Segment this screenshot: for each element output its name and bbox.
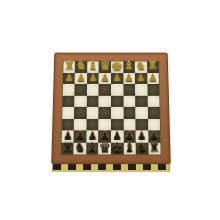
square-c6	[87, 84, 99, 95]
square-d7: ♟	[99, 73, 111, 84]
piece-bronze-rook: ♜	[149, 141, 160, 153]
photo-stage: ♜♞♝♛♚♝♞♜♟♟♟♟♟♟♟♟♟♟♟♟♟♟♟♟♜♞♝♛♚♝♞♜	[0, 0, 220, 220]
square-e7: ♟	[111, 73, 123, 84]
piece-bronze-bishop: ♝	[87, 141, 98, 153]
piece-brass-rook: ♜	[147, 61, 158, 72]
piece-bronze-knight: ♞	[136, 141, 147, 153]
square-g6	[135, 84, 147, 95]
square-b1: ♞	[74, 142, 87, 154]
square-f4	[123, 107, 135, 119]
piece-brass-queen: ♛	[99, 61, 111, 72]
square-b7: ♟	[75, 73, 87, 84]
square-f7: ♟	[123, 73, 135, 84]
square-b4	[74, 107, 86, 119]
square-a4	[62, 107, 74, 119]
square-e6	[111, 84, 123, 95]
piece-brass-pawn: ♟	[88, 72, 97, 83]
square-c7: ♟	[87, 73, 99, 84]
square-a5	[63, 95, 75, 107]
square-e4	[111, 107, 123, 119]
piece-brass-knight: ♞	[135, 61, 146, 72]
piece-brass-pawn: ♟	[77, 72, 86, 83]
piece-brass-pawn: ♟	[112, 72, 121, 83]
square-d4	[99, 107, 111, 119]
square-c1: ♝	[86, 142, 98, 154]
square-a7: ♟	[63, 73, 75, 84]
piece-brass-pawn: ♟	[136, 72, 145, 83]
square-g5	[135, 95, 147, 107]
square-e5	[111, 95, 123, 107]
square-a6	[63, 84, 75, 95]
square-c5	[87, 95, 99, 107]
square-h6	[147, 84, 159, 95]
square-h5	[147, 95, 159, 107]
square-e1: ♚	[111, 142, 123, 154]
square-h4	[147, 107, 159, 119]
board-side-inlay	[52, 164, 170, 172]
square-d6	[99, 84, 111, 95]
piece-brass-pawn: ♟	[148, 72, 157, 83]
square-h1: ♜	[148, 142, 161, 154]
square-g4	[135, 107, 147, 119]
square-h7: ♟	[147, 73, 159, 84]
square-a1: ♜	[61, 142, 74, 154]
piece-bronze-knight: ♞	[74, 141, 85, 153]
piece-bronze-bishop: ♝	[124, 141, 135, 153]
chess-board: ♜♞♝♛♚♝♞♜♟♟♟♟♟♟♟♟♟♟♟♟♟♟♟♟♜♞♝♛♚♝♞♜	[60, 61, 161, 156]
piece-brass-bishop: ♝	[123, 61, 134, 72]
piece-bronze-queen: ♛	[99, 141, 111, 153]
square-d1: ♛	[99, 142, 111, 154]
piece-brass-bishop: ♝	[88, 61, 99, 72]
square-f6	[123, 84, 135, 95]
square-g7: ♟	[135, 73, 147, 84]
piece-brass-pawn: ♟	[65, 72, 74, 83]
piece-bronze-rook: ♜	[62, 141, 73, 153]
square-b6	[75, 84, 87, 95]
board-perspective-wrapper: ♜♞♝♛♚♝♞♜♟♟♟♟♟♟♟♟♟♟♟♟♟♟♟♟♜♞♝♛♚♝♞♜	[51, 53, 171, 172]
square-f5	[123, 95, 135, 107]
piece-brass-knight: ♞	[76, 61, 87, 72]
square-c4	[87, 107, 99, 119]
square-d5	[99, 95, 111, 107]
piece-brass-rook: ♜	[64, 61, 75, 72]
piece-bronze-king: ♚	[111, 141, 123, 153]
piece-brass-king: ♚	[111, 61, 123, 72]
board-frame: ♜♞♝♛♚♝♞♜♟♟♟♟♟♟♟♟♟♟♟♟♟♟♟♟♜♞♝♛♚♝♞♜	[51, 53, 171, 165]
square-f1: ♝	[123, 142, 135, 154]
piece-brass-pawn: ♟	[100, 72, 109, 83]
square-g1: ♞	[136, 142, 149, 154]
square-b5	[75, 95, 87, 107]
piece-brass-pawn: ♟	[124, 72, 133, 83]
